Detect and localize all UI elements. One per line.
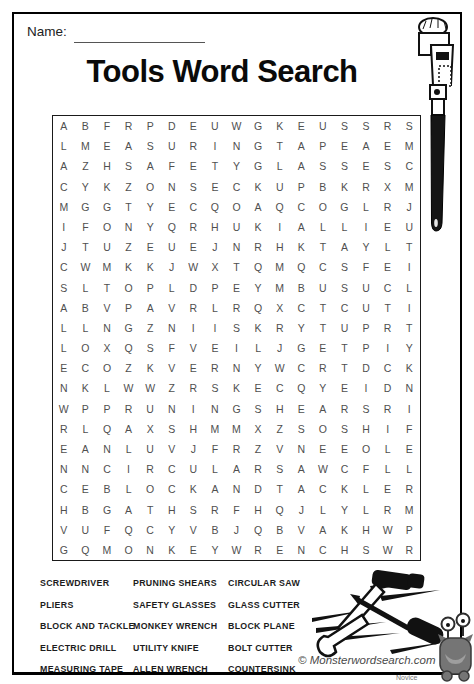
- grid-cell: P: [290, 177, 312, 197]
- grid-cell: S: [355, 399, 377, 419]
- grid-cell: N: [53, 378, 75, 398]
- grid-cell: F: [355, 257, 377, 277]
- grid-cell: L: [53, 318, 75, 338]
- grid-cell: G: [118, 318, 140, 338]
- grid-cell: S: [377, 156, 399, 176]
- grid-cell: L: [355, 197, 377, 217]
- grid-cell: R: [334, 399, 356, 419]
- grid-cell: A: [290, 479, 312, 499]
- grid-cell: C: [53, 479, 75, 499]
- grid-cell: E: [377, 136, 399, 156]
- grid-cell: T: [96, 277, 118, 297]
- grid-cell: H: [269, 237, 291, 257]
- grid-cell: M: [75, 136, 97, 156]
- grid-cell: T: [334, 338, 356, 358]
- grid-cell: P: [355, 318, 377, 338]
- name-blank-line[interactable]: [74, 26, 205, 43]
- grid-cell: C: [290, 197, 312, 217]
- grid-cell: O: [96, 358, 118, 378]
- grid-cell: V: [269, 439, 291, 459]
- grid-cell: Y: [398, 338, 420, 358]
- grid-cell: Q: [204, 197, 226, 217]
- grid-cell: E: [334, 439, 356, 459]
- grid-cell: U: [226, 217, 248, 237]
- grid-cell: Z: [118, 177, 140, 197]
- grid-cell: E: [226, 277, 248, 297]
- grid-cell: H: [204, 217, 226, 237]
- grid-cell: U: [139, 399, 161, 419]
- grid-cell: F: [96, 520, 118, 540]
- grid-cell: E: [247, 378, 269, 398]
- grid-cell: L: [312, 217, 334, 237]
- grid-cell: U: [75, 520, 97, 540]
- grid-cell: R: [226, 298, 248, 318]
- word-list-item: PRUNING SHEARS: [133, 578, 217, 600]
- grid-cell: I: [204, 318, 226, 338]
- grid-cell: R: [53, 419, 75, 439]
- grid-cell: R: [377, 197, 399, 217]
- grid-cell: Y: [334, 499, 356, 519]
- grid-cell: D: [247, 479, 269, 499]
- grid-cell: V: [183, 338, 205, 358]
- grid-cell: Q: [269, 197, 291, 217]
- grid-cell: R: [118, 399, 140, 419]
- word-list-item: GLASS CUTTER: [228, 600, 300, 622]
- grid-cell: N: [204, 399, 226, 419]
- grid-cell: W: [118, 378, 140, 398]
- grid-cell: A: [75, 439, 97, 459]
- grid-cell: A: [226, 459, 248, 479]
- grid-cell: I: [355, 217, 377, 237]
- grid-cell: A: [290, 136, 312, 156]
- grid-cell: C: [161, 459, 183, 479]
- grid-cell: P: [96, 399, 118, 419]
- grid-cell: U: [204, 116, 226, 136]
- grid-cell: J: [269, 338, 291, 358]
- grid-cell: C: [269, 378, 291, 398]
- grid-cell: N: [398, 378, 420, 398]
- grid-cell: X: [247, 419, 269, 439]
- grid-cell: Y: [226, 156, 248, 176]
- grid-cell: G: [334, 197, 356, 217]
- grid-cell: R: [204, 358, 226, 378]
- grid-cell: C: [139, 520, 161, 540]
- grid-cell: Z: [139, 318, 161, 338]
- grid-cell: C: [377, 358, 399, 378]
- grid-cell: A: [290, 217, 312, 237]
- grid-cell: N: [226, 358, 248, 378]
- grid-cell: S: [53, 277, 75, 297]
- grid-cell: P: [139, 277, 161, 297]
- grid-cell: Z: [118, 358, 140, 378]
- grid-cell: Y: [290, 318, 312, 338]
- grid-cell: S: [161, 419, 183, 439]
- grid-cell: S: [290, 419, 312, 439]
- grid-cell: I: [118, 459, 140, 479]
- grid-cell: Y: [355, 237, 377, 257]
- grid-cell: L: [75, 277, 97, 297]
- grid-cell: R: [398, 540, 420, 560]
- grid-cell: S: [118, 156, 140, 176]
- grid-cell: W: [377, 540, 399, 560]
- grid-cell: T: [139, 499, 161, 519]
- grid-cell: K: [139, 358, 161, 378]
- grid-cell: L: [312, 499, 334, 519]
- grid-cell: L: [118, 479, 140, 499]
- grid-cell: M: [96, 540, 118, 560]
- grid-cell: H: [183, 419, 205, 439]
- grid-cell: O: [96, 217, 118, 237]
- grid-cell: T: [204, 156, 226, 176]
- grid-cell: O: [226, 197, 248, 217]
- pipe-wrench-icon: [406, 16, 466, 238]
- grid-cell: E: [377, 217, 399, 237]
- grid-cell: L: [118, 439, 140, 459]
- grid-cell: W: [312, 459, 334, 479]
- word-list-item: CIRCULAR SAW: [228, 578, 300, 600]
- grid-cell: S: [355, 116, 377, 136]
- grid-cell: A: [290, 156, 312, 176]
- grid-cell: B: [269, 520, 291, 540]
- grid-cell: P: [204, 277, 226, 297]
- grid-cell: Q: [247, 257, 269, 277]
- grid-cell: H: [355, 419, 377, 439]
- grid-cell: W: [75, 257, 97, 277]
- grid-cell: T: [398, 237, 420, 257]
- grid-cell: T: [118, 197, 140, 217]
- grid-cell: T: [312, 318, 334, 338]
- grid-cell: Y: [247, 358, 269, 378]
- grid-cell: T: [377, 298, 399, 318]
- grid-cell: T: [269, 479, 291, 499]
- grid-cell: N: [161, 177, 183, 197]
- grid-cell: G: [96, 499, 118, 519]
- grid-cell: X: [204, 257, 226, 277]
- grid-cell: E: [377, 479, 399, 499]
- grid-cell: E: [183, 358, 205, 378]
- grid-cell: H: [334, 540, 356, 560]
- grid-cell: R: [226, 439, 248, 459]
- grid-cell: I: [269, 217, 291, 237]
- grid-cell: X: [269, 298, 291, 318]
- grid-cell: U: [334, 318, 356, 338]
- grid-cell: L: [377, 439, 399, 459]
- grid-cell: C: [53, 257, 75, 277]
- grid-cell: E: [183, 540, 205, 560]
- grid-cell: F: [75, 217, 97, 237]
- grid-cell: R: [269, 318, 291, 338]
- grid-cell: K: [96, 177, 118, 197]
- grid-cell: A: [118, 419, 140, 439]
- grid-cell: R: [247, 237, 269, 257]
- grid-cell: S: [183, 499, 205, 519]
- word-list-item: ELECTRIC DRILL: [40, 643, 135, 665]
- grid-cell: Y: [312, 378, 334, 398]
- grid-cell: F: [161, 338, 183, 358]
- grid-cell: T: [226, 257, 248, 277]
- grid-cell: M: [96, 257, 118, 277]
- grid-cell: S: [247, 399, 269, 419]
- grid-cell: E: [377, 257, 399, 277]
- grid-cell: V: [290, 520, 312, 540]
- grid-cell: Q: [118, 520, 140, 540]
- grid-cell: R: [183, 378, 205, 398]
- grid-cell: N: [161, 399, 183, 419]
- word-list-item: SCREWDRIVER: [40, 578, 135, 600]
- grid-cell: C: [290, 298, 312, 318]
- grid-cell: I: [398, 298, 420, 318]
- grid-cell: S: [269, 459, 291, 479]
- grid-cell: R: [183, 298, 205, 318]
- grid-cell: R: [247, 459, 269, 479]
- grid-cell: G: [290, 338, 312, 358]
- grid-cell: J: [183, 439, 205, 459]
- grid-cell: Q: [247, 520, 269, 540]
- grid-cell: C: [312, 540, 334, 560]
- word-list-item: BLOCK PLANE: [228, 621, 300, 643]
- grid-cell: B: [75, 499, 97, 519]
- crossed-tools-icon: [310, 566, 452, 664]
- grid-cell: E: [312, 439, 334, 459]
- grid-cell: Q: [161, 217, 183, 237]
- grid-cell: L: [204, 298, 226, 318]
- grid-cell: L: [204, 459, 226, 479]
- grid-cell: S: [204, 378, 226, 398]
- worksheet-page: Name: Tools Word Search ABFRPDEUWGKEUSSR…: [0, 0, 474, 684]
- grid-cell: W: [377, 520, 399, 540]
- grid-cell: E: [183, 237, 205, 257]
- grid-cell: O: [118, 277, 140, 297]
- grid-cell: H: [247, 499, 269, 519]
- grid-cell: G: [247, 136, 269, 156]
- grid-cell: H: [355, 520, 377, 540]
- grid-cell: P: [355, 338, 377, 358]
- grid-cell: N: [161, 318, 183, 338]
- grid-cell: V: [161, 439, 183, 459]
- grid-cell: B: [312, 177, 334, 197]
- grid-cell: K: [334, 479, 356, 499]
- grid-cell: C: [75, 358, 97, 378]
- grid-cell: A: [312, 399, 334, 419]
- grid-cell: M: [269, 277, 291, 297]
- word-list-item: PLIERS: [40, 600, 135, 622]
- grid-cell: K: [247, 177, 269, 197]
- word-list-item: UTILITY KNIFE: [133, 643, 217, 665]
- grid-cell: M: [226, 419, 248, 439]
- grid-cell: R: [139, 459, 161, 479]
- grid-cell: C: [290, 358, 312, 378]
- word-list-item: SAFETY GLASSES: [133, 600, 217, 622]
- grid-cell: L: [53, 338, 75, 358]
- grid-cell: A: [334, 237, 356, 257]
- grid-cell: L: [53, 136, 75, 156]
- grid-cell: S: [334, 116, 356, 136]
- grid-cell: J: [53, 237, 75, 257]
- grid-cell: D: [355, 358, 377, 378]
- grid-cell: W: [53, 399, 75, 419]
- word-list-item: ALLEN WRENCH: [133, 664, 217, 684]
- grid-cell: F: [398, 419, 420, 439]
- grid-cell: Z: [247, 439, 269, 459]
- grid-cell: S: [334, 257, 356, 277]
- grid-cell: U: [312, 277, 334, 297]
- grid-cell: B: [96, 479, 118, 499]
- grid-cell: Q: [290, 378, 312, 398]
- grid-cell: C: [96, 459, 118, 479]
- grid-cell: H: [96, 156, 118, 176]
- grid-cell: K: [226, 378, 248, 398]
- grid-cell: T: [334, 358, 356, 378]
- grid-cell: E: [183, 116, 205, 136]
- grid-cell: Q: [290, 257, 312, 277]
- grid-cell: U: [183, 459, 205, 479]
- grid-cell: P: [118, 298, 140, 318]
- grid-cell: L: [377, 459, 399, 479]
- grid-cell: A: [139, 156, 161, 176]
- grid-cell: U: [96, 237, 118, 257]
- grid-cell: T: [312, 237, 334, 257]
- grid-cell: F: [226, 499, 248, 519]
- grid-cell: A: [53, 156, 75, 176]
- grid-cell: C: [334, 298, 356, 318]
- grid-cell: B: [75, 298, 97, 318]
- grid-cell: E: [96, 136, 118, 156]
- grid-cell: A: [247, 197, 269, 217]
- word-list-item: MEASURING TAPE: [40, 664, 135, 684]
- grid-cell: K: [334, 177, 356, 197]
- grid-cell: O: [139, 479, 161, 499]
- grid-cell: Y: [204, 540, 226, 560]
- page-title: Tools Word Search: [22, 54, 422, 90]
- grid-cell: Z: [269, 419, 291, 439]
- grid-cell: N: [96, 318, 118, 338]
- word-list-column-2: PRUNING SHEARSSAFETY GLASSESMONKEY WRENC…: [133, 578, 217, 684]
- grid-cell: A: [204, 479, 226, 499]
- grid-cell: N: [96, 439, 118, 459]
- grid-cell: T: [75, 237, 97, 257]
- grid-cell: I: [53, 217, 75, 237]
- grid-cell: R: [377, 116, 399, 136]
- grid-cell: O: [355, 439, 377, 459]
- grid-cell: Z: [75, 156, 97, 176]
- grid-cell: V: [183, 520, 205, 540]
- grid-cell: S: [334, 277, 356, 297]
- grid-cell: C: [161, 479, 183, 499]
- word-list-item: COUNTERSINK: [228, 664, 300, 684]
- word-list-column-3: CIRCULAR SAWGLASS CUTTERBLOCK PLANEBOLT …: [228, 578, 300, 684]
- grid-cell: U: [355, 298, 377, 318]
- grid-cell: R: [312, 358, 334, 378]
- grid-cell: B: [204, 520, 226, 540]
- grid-cell: W: [226, 540, 248, 560]
- grid-cell: I: [355, 378, 377, 398]
- grid-cell: Y: [139, 217, 161, 237]
- grid-cell: E: [75, 479, 97, 499]
- grid-cell: P: [75, 399, 97, 419]
- grid-cell: M: [53, 197, 75, 217]
- grid-cell: Q: [269, 499, 291, 519]
- grid-cell: V: [53, 520, 75, 540]
- grid-cell: N: [290, 439, 312, 459]
- grid-cell: F: [161, 156, 183, 176]
- grid-cell: R: [377, 318, 399, 338]
- grid-cell: A: [139, 298, 161, 318]
- grid-cell: A: [118, 136, 140, 156]
- word-search-grid: ABFRPDEUWGKEUSSRSLMEASURINGTAPEAEMAZHSAF…: [52, 115, 421, 561]
- grid-cell: C: [312, 479, 334, 499]
- grid-cell: T: [398, 318, 420, 338]
- grid-cell: E: [290, 399, 312, 419]
- grid-cell: R: [183, 217, 205, 237]
- grid-cell: L: [75, 419, 97, 439]
- grid-cell: K: [247, 318, 269, 338]
- grid-cell: S: [183, 177, 205, 197]
- grid-cell: K: [161, 540, 183, 560]
- grid-cell: L: [398, 277, 420, 297]
- grid-cell: E: [269, 540, 291, 560]
- grid-cell: N: [139, 540, 161, 560]
- grid-cell: D: [161, 116, 183, 136]
- grid-cell: E: [139, 237, 161, 257]
- grid-cell: I: [377, 419, 399, 439]
- grid-cell: R: [377, 499, 399, 519]
- grid-cell: B: [75, 116, 97, 136]
- grid-cell: O: [139, 177, 161, 197]
- grid-cell: K: [334, 520, 356, 540]
- grid-cell: D: [377, 378, 399, 398]
- grid-cell: Q: [118, 338, 140, 358]
- grid-cell: L: [355, 479, 377, 499]
- grid-cell: Z: [118, 237, 140, 257]
- grid-cell: K: [269, 116, 291, 136]
- grid-cell: S: [312, 156, 334, 176]
- grid-cell: Y: [161, 520, 183, 540]
- grid-cell: A: [118, 499, 140, 519]
- grid-cell: I: [398, 399, 420, 419]
- grid-cell: H: [161, 499, 183, 519]
- grid-cell: K: [290, 237, 312, 257]
- grid-cell: L: [161, 277, 183, 297]
- grid-cell: K: [183, 479, 205, 499]
- grid-cell: C: [334, 459, 356, 479]
- grid-cell: E: [290, 116, 312, 136]
- word-list-item: BOLT CUTTER: [228, 643, 300, 665]
- grid-cell: E: [204, 177, 226, 197]
- grid-cell: U: [355, 277, 377, 297]
- grid-cell: I: [398, 257, 420, 277]
- grid-cell: A: [312, 520, 334, 540]
- grid-cell: R: [377, 399, 399, 419]
- copyright-text: © Monsterwordsearch.com: [298, 654, 436, 666]
- grid-cell: E: [204, 338, 226, 358]
- grid-cell: N: [290, 540, 312, 560]
- grid-cell: S: [226, 318, 248, 338]
- grid-cell: J: [161, 257, 183, 277]
- word-list-item: BLOCK AND TACKLE: [40, 621, 135, 643]
- grid-cell: G: [247, 116, 269, 136]
- grid-cell: U: [312, 116, 334, 136]
- grid-cell: G: [247, 156, 269, 176]
- grid-cell: P: [398, 520, 420, 540]
- grid-cell: P: [312, 136, 334, 156]
- word-list-item: MONKEY WRENCH: [133, 621, 217, 643]
- grid-cell: L: [75, 318, 97, 338]
- grid-cell: F: [355, 459, 377, 479]
- grid-cell: Y: [247, 277, 269, 297]
- word-list-column-1: SCREWDRIVERPLIERSBLOCK AND TACKLEELECTRI…: [40, 578, 135, 684]
- grid-cell: R: [398, 479, 420, 499]
- grid-cell: J: [290, 499, 312, 519]
